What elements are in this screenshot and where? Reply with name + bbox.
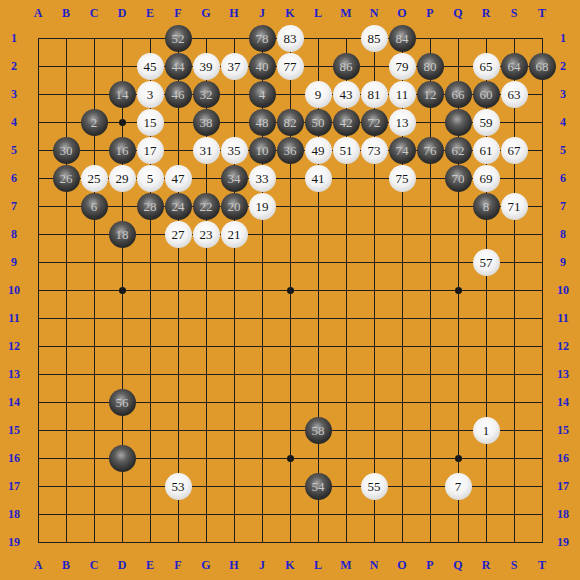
point-L11[interactable] [304, 304, 332, 332]
point-O6[interactable]: 75 [388, 164, 416, 192]
point-S4[interactable] [500, 108, 528, 136]
point-L8[interactable] [304, 220, 332, 248]
point-H17[interactable] [220, 472, 248, 500]
point-R15[interactable]: 1 [472, 416, 500, 444]
point-L18[interactable] [304, 500, 332, 528]
point-T1[interactable] [528, 24, 556, 52]
point-H12[interactable] [220, 332, 248, 360]
point-N5[interactable]: 73 [360, 136, 388, 164]
point-B17[interactable] [52, 472, 80, 500]
point-A1[interactable] [24, 24, 52, 52]
point-L2[interactable] [304, 52, 332, 80]
point-R4[interactable]: 59 [472, 108, 500, 136]
point-Q18[interactable] [444, 500, 472, 528]
point-E10[interactable] [136, 276, 164, 304]
point-T17[interactable] [528, 472, 556, 500]
point-P18[interactable] [416, 500, 444, 528]
point-L3[interactable]: 9 [304, 80, 332, 108]
point-C15[interactable] [80, 416, 108, 444]
point-T10[interactable] [528, 276, 556, 304]
point-E18[interactable] [136, 500, 164, 528]
point-E6[interactable]: 5 [136, 164, 164, 192]
point-F2[interactable]: 44 [164, 52, 192, 80]
point-R18[interactable] [472, 500, 500, 528]
point-E16[interactable] [136, 444, 164, 472]
point-D14[interactable]: 56 [108, 388, 136, 416]
point-G17[interactable] [192, 472, 220, 500]
point-D6[interactable]: 29 [108, 164, 136, 192]
point-A14[interactable] [24, 388, 52, 416]
point-G11[interactable] [192, 304, 220, 332]
point-K10[interactable] [276, 276, 304, 304]
point-D5[interactable]: 16 [108, 136, 136, 164]
point-M13[interactable] [332, 360, 360, 388]
point-E8[interactable] [136, 220, 164, 248]
point-K11[interactable] [276, 304, 304, 332]
point-C7[interactable]: 6 [80, 192, 108, 220]
point-C4[interactable]: 2 [80, 108, 108, 136]
point-O1[interactable]: 84 [388, 24, 416, 52]
point-C5[interactable] [80, 136, 108, 164]
point-A7[interactable] [24, 192, 52, 220]
point-C18[interactable] [80, 500, 108, 528]
point-R6[interactable]: 69 [472, 164, 500, 192]
point-D15[interactable] [108, 416, 136, 444]
point-D9[interactable] [108, 248, 136, 276]
point-R3[interactable]: 60 [472, 80, 500, 108]
point-O17[interactable] [388, 472, 416, 500]
point-P14[interactable] [416, 388, 444, 416]
point-A16[interactable] [24, 444, 52, 472]
point-O13[interactable] [388, 360, 416, 388]
point-J4[interactable]: 48 [248, 108, 276, 136]
point-C3[interactable] [80, 80, 108, 108]
point-H9[interactable] [220, 248, 248, 276]
point-G15[interactable] [192, 416, 220, 444]
point-O4[interactable]: 13 [388, 108, 416, 136]
point-N8[interactable] [360, 220, 388, 248]
point-N9[interactable] [360, 248, 388, 276]
point-Q5[interactable]: 62 [444, 136, 472, 164]
point-P4[interactable] [416, 108, 444, 136]
point-M1[interactable] [332, 24, 360, 52]
point-R2[interactable]: 65 [472, 52, 500, 80]
point-D17[interactable] [108, 472, 136, 500]
point-D16[interactable] [108, 444, 136, 472]
point-L10[interactable] [304, 276, 332, 304]
point-C11[interactable] [80, 304, 108, 332]
point-N14[interactable] [360, 388, 388, 416]
point-R13[interactable] [472, 360, 500, 388]
point-J11[interactable] [248, 304, 276, 332]
point-A2[interactable] [24, 52, 52, 80]
point-J8[interactable] [248, 220, 276, 248]
point-G9[interactable] [192, 248, 220, 276]
point-O18[interactable] [388, 500, 416, 528]
point-O15[interactable] [388, 416, 416, 444]
point-L17[interactable]: 54 [304, 472, 332, 500]
point-L16[interactable] [304, 444, 332, 472]
point-K15[interactable] [276, 416, 304, 444]
point-O7[interactable] [388, 192, 416, 220]
point-D12[interactable] [108, 332, 136, 360]
point-F7[interactable]: 24 [164, 192, 192, 220]
point-S13[interactable] [500, 360, 528, 388]
point-S17[interactable] [500, 472, 528, 500]
point-T11[interactable] [528, 304, 556, 332]
point-H2[interactable]: 37 [220, 52, 248, 80]
point-E5[interactable]: 17 [136, 136, 164, 164]
point-S5[interactable]: 67 [500, 136, 528, 164]
point-K9[interactable] [276, 248, 304, 276]
point-T15[interactable] [528, 416, 556, 444]
point-K19[interactable] [276, 528, 304, 556]
point-D13[interactable] [108, 360, 136, 388]
point-N7[interactable] [360, 192, 388, 220]
point-L5[interactable]: 49 [304, 136, 332, 164]
point-D10[interactable] [108, 276, 136, 304]
point-B10[interactable] [52, 276, 80, 304]
point-H16[interactable] [220, 444, 248, 472]
point-Q15[interactable] [444, 416, 472, 444]
point-N10[interactable] [360, 276, 388, 304]
point-L14[interactable] [304, 388, 332, 416]
point-M11[interactable] [332, 304, 360, 332]
point-F16[interactable] [164, 444, 192, 472]
point-B11[interactable] [52, 304, 80, 332]
point-J3[interactable]: 4 [248, 80, 276, 108]
point-S8[interactable] [500, 220, 528, 248]
point-K12[interactable] [276, 332, 304, 360]
point-Q7[interactable] [444, 192, 472, 220]
point-T5[interactable] [528, 136, 556, 164]
point-H6[interactable]: 34 [220, 164, 248, 192]
point-S11[interactable] [500, 304, 528, 332]
point-B5[interactable]: 30 [52, 136, 80, 164]
point-N19[interactable] [360, 528, 388, 556]
point-J17[interactable] [248, 472, 276, 500]
point-T2[interactable]: 68 [528, 52, 556, 80]
point-K18[interactable] [276, 500, 304, 528]
point-B1[interactable] [52, 24, 80, 52]
point-L1[interactable] [304, 24, 332, 52]
point-N13[interactable] [360, 360, 388, 388]
point-S16[interactable] [500, 444, 528, 472]
point-G16[interactable] [192, 444, 220, 472]
point-A13[interactable] [24, 360, 52, 388]
point-B16[interactable] [52, 444, 80, 472]
point-P16[interactable] [416, 444, 444, 472]
point-B7[interactable] [52, 192, 80, 220]
point-N6[interactable] [360, 164, 388, 192]
point-A15[interactable] [24, 416, 52, 444]
point-E19[interactable] [136, 528, 164, 556]
point-A5[interactable] [24, 136, 52, 164]
point-M6[interactable] [332, 164, 360, 192]
point-K3[interactable] [276, 80, 304, 108]
point-R14[interactable] [472, 388, 500, 416]
point-B13[interactable] [52, 360, 80, 388]
point-F1[interactable]: 52 [164, 24, 192, 52]
point-F3[interactable]: 46 [164, 80, 192, 108]
point-S1[interactable] [500, 24, 528, 52]
point-Q11[interactable] [444, 304, 472, 332]
point-B2[interactable] [52, 52, 80, 80]
point-R9[interactable]: 57 [472, 248, 500, 276]
point-C19[interactable] [80, 528, 108, 556]
point-Q2[interactable] [444, 52, 472, 80]
point-H13[interactable] [220, 360, 248, 388]
point-B14[interactable] [52, 388, 80, 416]
point-B9[interactable] [52, 248, 80, 276]
point-A6[interactable] [24, 164, 52, 192]
point-D7[interactable] [108, 192, 136, 220]
point-K13[interactable] [276, 360, 304, 388]
point-G8[interactable]: 23 [192, 220, 220, 248]
point-G18[interactable] [192, 500, 220, 528]
point-S12[interactable] [500, 332, 528, 360]
point-Q9[interactable] [444, 248, 472, 276]
point-J10[interactable] [248, 276, 276, 304]
point-C8[interactable] [80, 220, 108, 248]
point-Q3[interactable]: 66 [444, 80, 472, 108]
point-P13[interactable] [416, 360, 444, 388]
point-J19[interactable] [248, 528, 276, 556]
point-R16[interactable] [472, 444, 500, 472]
point-H3[interactable] [220, 80, 248, 108]
point-H5[interactable]: 35 [220, 136, 248, 164]
point-H18[interactable] [220, 500, 248, 528]
point-F10[interactable] [164, 276, 192, 304]
point-L19[interactable] [304, 528, 332, 556]
point-J7[interactable]: 19 [248, 192, 276, 220]
point-C6[interactable]: 25 [80, 164, 108, 192]
point-E1[interactable] [136, 24, 164, 52]
point-N17[interactable]: 55 [360, 472, 388, 500]
point-D8[interactable]: 18 [108, 220, 136, 248]
point-L7[interactable] [304, 192, 332, 220]
point-J5[interactable]: 10 [248, 136, 276, 164]
point-K16[interactable] [276, 444, 304, 472]
point-F4[interactable] [164, 108, 192, 136]
point-B19[interactable] [52, 528, 80, 556]
point-B8[interactable] [52, 220, 80, 248]
point-J18[interactable] [248, 500, 276, 528]
point-N16[interactable] [360, 444, 388, 472]
point-Q6[interactable]: 70 [444, 164, 472, 192]
point-M4[interactable]: 42 [332, 108, 360, 136]
point-F6[interactable]: 47 [164, 164, 192, 192]
point-J9[interactable] [248, 248, 276, 276]
point-M10[interactable] [332, 276, 360, 304]
point-Q1[interactable] [444, 24, 472, 52]
point-C13[interactable] [80, 360, 108, 388]
point-E9[interactable] [136, 248, 164, 276]
point-O8[interactable] [388, 220, 416, 248]
point-K6[interactable] [276, 164, 304, 192]
point-O16[interactable] [388, 444, 416, 472]
point-R7[interactable]: 8 [472, 192, 500, 220]
point-G19[interactable] [192, 528, 220, 556]
point-M12[interactable] [332, 332, 360, 360]
point-C1[interactable] [80, 24, 108, 52]
point-M7[interactable] [332, 192, 360, 220]
point-O3[interactable]: 11 [388, 80, 416, 108]
point-Q19[interactable] [444, 528, 472, 556]
point-P2[interactable]: 80 [416, 52, 444, 80]
point-R19[interactable] [472, 528, 500, 556]
point-S14[interactable] [500, 388, 528, 416]
point-Q14[interactable] [444, 388, 472, 416]
point-O9[interactable] [388, 248, 416, 276]
point-S7[interactable]: 71 [500, 192, 528, 220]
point-S19[interactable] [500, 528, 528, 556]
point-E3[interactable]: 3 [136, 80, 164, 108]
point-L13[interactable] [304, 360, 332, 388]
point-G10[interactable] [192, 276, 220, 304]
point-C17[interactable] [80, 472, 108, 500]
point-T12[interactable] [528, 332, 556, 360]
point-C10[interactable] [80, 276, 108, 304]
point-T18[interactable] [528, 500, 556, 528]
point-H19[interactable] [220, 528, 248, 556]
point-M5[interactable]: 51 [332, 136, 360, 164]
point-G14[interactable] [192, 388, 220, 416]
point-K2[interactable]: 77 [276, 52, 304, 80]
point-K1[interactable]: 83 [276, 24, 304, 52]
point-M3[interactable]: 43 [332, 80, 360, 108]
point-J12[interactable] [248, 332, 276, 360]
point-Q13[interactable] [444, 360, 472, 388]
point-C12[interactable] [80, 332, 108, 360]
point-M2[interactable]: 86 [332, 52, 360, 80]
point-Q8[interactable] [444, 220, 472, 248]
point-H15[interactable] [220, 416, 248, 444]
point-S2[interactable]: 64 [500, 52, 528, 80]
point-C14[interactable] [80, 388, 108, 416]
point-K4[interactable]: 82 [276, 108, 304, 136]
point-E11[interactable] [136, 304, 164, 332]
point-T19[interactable] [528, 528, 556, 556]
point-G7[interactable]: 22 [192, 192, 220, 220]
point-P3[interactable]: 12 [416, 80, 444, 108]
point-B3[interactable] [52, 80, 80, 108]
point-F19[interactable] [164, 528, 192, 556]
point-S6[interactable] [500, 164, 528, 192]
point-P11[interactable] [416, 304, 444, 332]
point-A12[interactable] [24, 332, 52, 360]
point-C16[interactable] [80, 444, 108, 472]
point-F14[interactable] [164, 388, 192, 416]
point-S9[interactable] [500, 248, 528, 276]
point-K7[interactable] [276, 192, 304, 220]
point-R1[interactable] [472, 24, 500, 52]
point-J14[interactable] [248, 388, 276, 416]
point-G4[interactable]: 38 [192, 108, 220, 136]
point-P9[interactable] [416, 248, 444, 276]
point-E4[interactable]: 15 [136, 108, 164, 136]
point-A4[interactable] [24, 108, 52, 136]
point-L12[interactable] [304, 332, 332, 360]
point-A10[interactable] [24, 276, 52, 304]
point-Q10[interactable] [444, 276, 472, 304]
point-P17[interactable] [416, 472, 444, 500]
point-O12[interactable] [388, 332, 416, 360]
point-T8[interactable] [528, 220, 556, 248]
point-G6[interactable] [192, 164, 220, 192]
point-O11[interactable] [388, 304, 416, 332]
point-P12[interactable] [416, 332, 444, 360]
point-P7[interactable] [416, 192, 444, 220]
point-A17[interactable] [24, 472, 52, 500]
point-G1[interactable] [192, 24, 220, 52]
point-L9[interactable] [304, 248, 332, 276]
point-K8[interactable] [276, 220, 304, 248]
point-T16[interactable] [528, 444, 556, 472]
point-Q17[interactable]: 7 [444, 472, 472, 500]
point-N3[interactable]: 81 [360, 80, 388, 108]
point-M16[interactable] [332, 444, 360, 472]
point-T3[interactable] [528, 80, 556, 108]
point-H1[interactable] [220, 24, 248, 52]
point-T7[interactable] [528, 192, 556, 220]
point-T14[interactable] [528, 388, 556, 416]
point-B15[interactable] [52, 416, 80, 444]
point-B12[interactable] [52, 332, 80, 360]
point-F15[interactable] [164, 416, 192, 444]
point-T9[interactable] [528, 248, 556, 276]
point-H8[interactable]: 21 [220, 220, 248, 248]
point-A3[interactable] [24, 80, 52, 108]
point-P10[interactable] [416, 276, 444, 304]
point-N15[interactable] [360, 416, 388, 444]
point-N4[interactable]: 72 [360, 108, 388, 136]
point-H7[interactable]: 20 [220, 192, 248, 220]
point-A8[interactable] [24, 220, 52, 248]
point-J1[interactable]: 78 [248, 24, 276, 52]
point-S15[interactable] [500, 416, 528, 444]
point-G12[interactable] [192, 332, 220, 360]
point-M15[interactable] [332, 416, 360, 444]
point-T13[interactable] [528, 360, 556, 388]
point-Q16[interactable] [444, 444, 472, 472]
point-J15[interactable] [248, 416, 276, 444]
point-F8[interactable]: 27 [164, 220, 192, 248]
point-G3[interactable]: 32 [192, 80, 220, 108]
point-J6[interactable]: 33 [248, 164, 276, 192]
point-K5[interactable]: 36 [276, 136, 304, 164]
point-F5[interactable] [164, 136, 192, 164]
point-A19[interactable] [24, 528, 52, 556]
point-Q12[interactable] [444, 332, 472, 360]
point-P8[interactable] [416, 220, 444, 248]
point-O2[interactable]: 79 [388, 52, 416, 80]
point-S3[interactable]: 63 [500, 80, 528, 108]
point-L4[interactable]: 50 [304, 108, 332, 136]
point-G2[interactable]: 39 [192, 52, 220, 80]
point-B4[interactable] [52, 108, 80, 136]
point-T4[interactable] [528, 108, 556, 136]
point-D3[interactable]: 14 [108, 80, 136, 108]
point-F11[interactable] [164, 304, 192, 332]
point-M9[interactable] [332, 248, 360, 276]
point-N12[interactable] [360, 332, 388, 360]
point-K17[interactable] [276, 472, 304, 500]
point-F13[interactable] [164, 360, 192, 388]
point-A9[interactable] [24, 248, 52, 276]
point-A11[interactable] [24, 304, 52, 332]
point-J16[interactable] [248, 444, 276, 472]
